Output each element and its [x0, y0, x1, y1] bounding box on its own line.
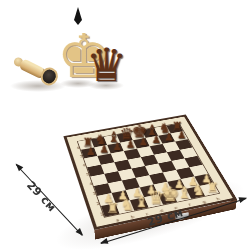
square-a1: ♜ — [101, 203, 120, 217]
board-scene: ♜♞♝♛♚♝♞♜♟♟♟♟♟♟♟♟♟♟♟♟♟♟♟♟♜♞♝♛♚♝♞♜ abcdefg… — [0, 0, 250, 250]
square-a7: ♟ — [81, 147, 97, 158]
chess-board: ♜♞♝♛♚♝♞♜♟♟♟♟♟♟♟♟♟♟♟♟♟♟♟♟♜♞♝♛♚♝♞♜ abcdefg… — [63, 115, 237, 230]
white-rook: ♜ — [101, 202, 123, 215]
black-pawn: ♟ — [81, 147, 101, 157]
chess-set-product-photo: ♚ ♛ ♜♞♝♛♚♝♞♜♟♟♟♟♟♟♟♟♟♟♟♟♟♟♟♟♜♞♝♛♚♝♞♜ abc… — [0, 0, 250, 250]
square-c5 — [114, 160, 131, 172]
square-h4 — [184, 156, 202, 167]
